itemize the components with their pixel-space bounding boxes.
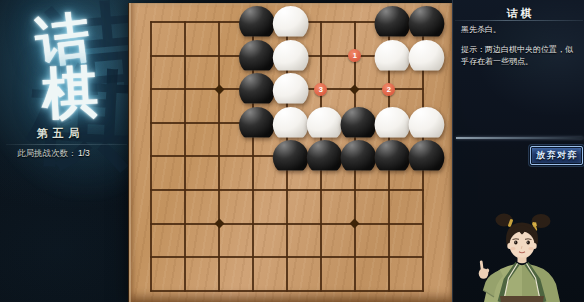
go-stone-black: ● <box>372 139 406 173</box>
goban-wood: ●●●●●●●●●●●●●●●●●●●●●123 <box>128 3 454 302</box>
go-stone-black: ● <box>338 139 372 173</box>
calligraphy-title-char-2: 棋 <box>40 55 100 134</box>
go-stone-white: ● <box>372 39 406 73</box>
npc-girl-portrait <box>470 210 584 302</box>
attempts-row: 此局挑战次数： 1/3 <box>17 148 127 160</box>
objective-text: 黑先杀白。 <box>461 24 579 35</box>
hoshi-dot <box>214 84 224 94</box>
round-label: 第五局 <box>0 126 116 141</box>
panel-title: 诘棋 <box>453 6 584 21</box>
divider <box>455 20 583 21</box>
go-stone-black: ● <box>304 139 338 173</box>
ink-art-panel: 诘 棋 诘 棋 第五局 此局挑战次数： 1/3 <box>0 0 132 302</box>
grid-line <box>150 223 423 225</box>
resign-button[interactable]: 放弃对弈 <box>530 146 583 165</box>
grid-line <box>150 290 423 292</box>
hint-text: 提示：两边白棋中央的位置，似乎存在着一些弱点。 <box>461 44 579 67</box>
attempts-value: 1/3 <box>78 148 90 158</box>
grid-line <box>150 189 423 191</box>
attempts-label: 此局挑战次数： <box>17 148 77 158</box>
go-stone-black: ● <box>236 106 270 140</box>
go-board[interactable]: ●●●●●●●●●●●●●●●●●●●●●123 <box>135 5 440 302</box>
game-screen: 诘 棋 诘 棋 第五局 此局挑战次数： 1/3 ●●●●●●●●●●●●●●●●… <box>0 0 584 302</box>
move-hint-marker[interactable]: 2 <box>382 83 395 96</box>
divider <box>6 144 127 145</box>
go-stone-black: ● <box>406 139 440 173</box>
hoshi-dot <box>214 219 224 229</box>
go-stone-white: ● <box>406 39 440 73</box>
divider <box>456 137 583 139</box>
go-stone-black: ● <box>270 139 304 173</box>
move-hint-marker[interactable]: 1 <box>348 49 361 62</box>
hoshi-dot <box>350 219 360 229</box>
